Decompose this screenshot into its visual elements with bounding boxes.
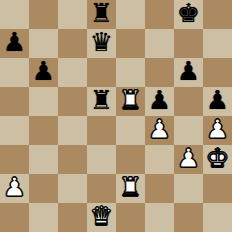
square-a4[interactable] <box>0 116 29 145</box>
square-c7[interactable] <box>58 29 87 58</box>
black-rook[interactable]: ♜ <box>90 87 113 115</box>
black-pawn[interactable]: ♟ <box>177 58 200 86</box>
square-g2[interactable] <box>174 174 203 203</box>
square-f1[interactable] <box>145 203 174 232</box>
black-king[interactable]: ♚ <box>177 0 200 28</box>
square-d1[interactable]: ♛ <box>87 203 116 232</box>
square-g8[interactable]: ♚ <box>174 0 203 29</box>
black-pawn[interactable]: ♟ <box>206 87 229 115</box>
square-c2[interactable] <box>58 174 87 203</box>
square-b4[interactable] <box>29 116 58 145</box>
white-pawn[interactable]: ♟ <box>148 116 171 144</box>
chess-board: ♜♚♟♛♟♟♜♜♟♟♟♟♟♚♟♜♛ <box>0 0 232 232</box>
square-e4[interactable] <box>116 116 145 145</box>
square-g4[interactable] <box>174 116 203 145</box>
square-b1[interactable] <box>29 203 58 232</box>
square-a1[interactable] <box>0 203 29 232</box>
square-h2[interactable] <box>203 174 232 203</box>
black-queen[interactable]: ♛ <box>90 29 113 57</box>
square-f7[interactable] <box>145 29 174 58</box>
square-a3[interactable] <box>0 145 29 174</box>
white-king[interactable]: ♚ <box>206 145 229 173</box>
square-g5[interactable] <box>174 87 203 116</box>
square-f5[interactable]: ♟ <box>145 87 174 116</box>
square-d8[interactable]: ♜ <box>87 0 116 29</box>
square-h8[interactable] <box>203 0 232 29</box>
square-e7[interactable] <box>116 29 145 58</box>
white-queen[interactable]: ♛ <box>90 203 113 231</box>
square-h7[interactable] <box>203 29 232 58</box>
square-c6[interactable] <box>58 58 87 87</box>
square-a2[interactable]: ♟ <box>0 174 29 203</box>
square-a7[interactable]: ♟ <box>0 29 29 58</box>
square-e6[interactable] <box>116 58 145 87</box>
square-e5[interactable]: ♜ <box>116 87 145 116</box>
white-rook[interactable]: ♜ <box>119 87 142 115</box>
square-h6[interactable] <box>203 58 232 87</box>
square-c4[interactable] <box>58 116 87 145</box>
square-f8[interactable] <box>145 0 174 29</box>
white-rook[interactable]: ♜ <box>119 174 142 202</box>
square-f3[interactable] <box>145 145 174 174</box>
square-b6[interactable]: ♟ <box>29 58 58 87</box>
white-pawn[interactable]: ♟ <box>206 116 229 144</box>
square-h1[interactable] <box>203 203 232 232</box>
black-pawn[interactable]: ♟ <box>148 87 171 115</box>
square-b7[interactable] <box>29 29 58 58</box>
square-c5[interactable] <box>58 87 87 116</box>
square-e8[interactable] <box>116 0 145 29</box>
square-b8[interactable] <box>29 0 58 29</box>
square-b5[interactable] <box>29 87 58 116</box>
white-pawn[interactable]: ♟ <box>3 174 26 202</box>
white-pawn[interactable]: ♟ <box>177 145 200 173</box>
square-g1[interactable] <box>174 203 203 232</box>
square-f4[interactable]: ♟ <box>145 116 174 145</box>
square-c8[interactable] <box>58 0 87 29</box>
square-d6[interactable] <box>87 58 116 87</box>
black-pawn[interactable]: ♟ <box>3 29 26 57</box>
square-g6[interactable]: ♟ <box>174 58 203 87</box>
square-f6[interactable] <box>145 58 174 87</box>
black-pawn[interactable]: ♟ <box>32 58 55 86</box>
square-a5[interactable] <box>0 87 29 116</box>
square-d7[interactable]: ♛ <box>87 29 116 58</box>
square-b3[interactable] <box>29 145 58 174</box>
square-g3[interactable]: ♟ <box>174 145 203 174</box>
square-d2[interactable] <box>87 174 116 203</box>
square-h3[interactable]: ♚ <box>203 145 232 174</box>
square-a6[interactable] <box>0 58 29 87</box>
square-e3[interactable] <box>116 145 145 174</box>
square-d4[interactable] <box>87 116 116 145</box>
square-e1[interactable] <box>116 203 145 232</box>
square-d5[interactable]: ♜ <box>87 87 116 116</box>
square-d3[interactable] <box>87 145 116 174</box>
square-c3[interactable] <box>58 145 87 174</box>
square-e2[interactable]: ♜ <box>116 174 145 203</box>
square-h5[interactable]: ♟ <box>203 87 232 116</box>
square-a8[interactable] <box>0 0 29 29</box>
square-c1[interactable] <box>58 203 87 232</box>
square-h4[interactable]: ♟ <box>203 116 232 145</box>
square-g7[interactable] <box>174 29 203 58</box>
square-f2[interactable] <box>145 174 174 203</box>
black-rook[interactable]: ♜ <box>90 0 113 28</box>
square-b2[interactable] <box>29 174 58 203</box>
